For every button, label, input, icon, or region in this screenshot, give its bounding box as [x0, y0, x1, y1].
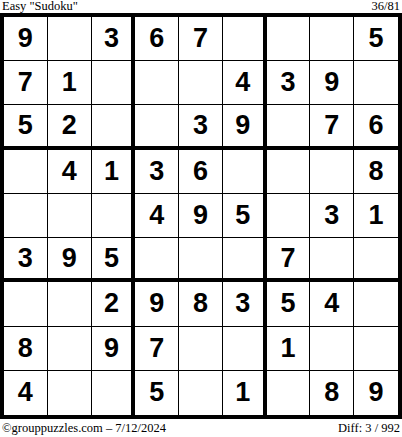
- copyright-text: ©grouppuzzles.com – 7/12/2024: [2, 421, 166, 436]
- cell-r7c7: 5: [267, 282, 311, 326]
- cell-r9c7[interactable]: [267, 371, 311, 415]
- cell-r9c5[interactable]: [179, 371, 223, 415]
- cell-r1c7[interactable]: [267, 17, 311, 61]
- cell-r9c1: 4: [4, 371, 48, 415]
- difficulty-text: Diff: 3 / 992: [338, 421, 400, 436]
- cell-r3c3[interactable]: [92, 105, 136, 149]
- cell-r8c9[interactable]: [354, 327, 398, 371]
- cell-r2c7: 3: [267, 61, 311, 105]
- cell-r7c3: 2: [92, 282, 136, 326]
- cell-r5c3[interactable]: [92, 194, 136, 238]
- header: Easy "Sudoku" 36/81: [0, 0, 402, 13]
- cell-r1c5: 7: [179, 17, 223, 61]
- cell-r5c7[interactable]: [267, 194, 311, 238]
- sudoku-board: 9367571439523976413684953139572983548971…: [0, 13, 402, 419]
- sudoku-page: Easy "Sudoku" 36/81 93675714395239764136…: [0, 0, 402, 437]
- cell-r9c3[interactable]: [92, 371, 136, 415]
- cell-r8c1: 8: [4, 327, 48, 371]
- cell-r8c5[interactable]: [179, 327, 223, 371]
- cell-r3c1: 5: [4, 105, 48, 149]
- cell-r7c8: 4: [310, 282, 354, 326]
- cell-r3c5: 3: [179, 105, 223, 149]
- cell-r6c1: 3: [4, 238, 48, 282]
- cell-r6c8[interactable]: [310, 238, 354, 282]
- cell-r1c1: 9: [4, 17, 48, 61]
- cell-r3c8: 7: [310, 105, 354, 149]
- cell-r5c9: 1: [354, 194, 398, 238]
- puzzle-title: Easy "Sudoku": [2, 0, 78, 13]
- cell-r8c3: 9: [92, 327, 136, 371]
- cell-r9c8: 8: [310, 371, 354, 415]
- cell-r2c1: 7: [4, 61, 48, 105]
- cell-r4c3: 1: [92, 150, 136, 194]
- cell-r4c7[interactable]: [267, 150, 311, 194]
- cell-r2c3[interactable]: [92, 61, 136, 105]
- cell-r5c5: 9: [179, 194, 223, 238]
- cell-r3c2: 2: [48, 105, 92, 149]
- cell-r4c9: 8: [354, 150, 398, 194]
- cell-r5c4: 4: [135, 194, 179, 238]
- footer: ©grouppuzzles.com – 7/12/2024 Diff: 3 / …: [0, 419, 402, 437]
- cell-r2c2: 1: [48, 61, 92, 105]
- cell-r4c5: 6: [179, 150, 223, 194]
- cell-r9c2[interactable]: [48, 371, 92, 415]
- cell-r7c2[interactable]: [48, 282, 92, 326]
- cell-r9c9: 9: [354, 371, 398, 415]
- cell-r1c6[interactable]: [223, 17, 267, 61]
- cell-r6c2: 9: [48, 238, 92, 282]
- cell-r8c8[interactable]: [310, 327, 354, 371]
- cell-r2c6: 4: [223, 61, 267, 105]
- cell-r3c7[interactable]: [267, 105, 311, 149]
- cell-r6c3: 5: [92, 238, 136, 282]
- cell-r9c4: 5: [135, 371, 179, 415]
- cells-counter: 36/81: [372, 0, 400, 13]
- cell-r2c4[interactable]: [135, 61, 179, 105]
- cell-r9c6: 1: [223, 371, 267, 415]
- cell-r3c6: 9: [223, 105, 267, 149]
- cell-r6c4[interactable]: [135, 238, 179, 282]
- cell-r8c4: 7: [135, 327, 179, 371]
- cell-r6c7: 7: [267, 238, 311, 282]
- cell-r1c9: 5: [354, 17, 398, 61]
- cell-r1c8[interactable]: [310, 17, 354, 61]
- cell-r1c2[interactable]: [48, 17, 92, 61]
- cell-r4c6[interactable]: [223, 150, 267, 194]
- cell-r5c2[interactable]: [48, 194, 92, 238]
- cell-r4c4: 3: [135, 150, 179, 194]
- cell-r7c5: 8: [179, 282, 223, 326]
- cell-r2c9[interactable]: [354, 61, 398, 105]
- cell-r6c9[interactable]: [354, 238, 398, 282]
- cell-r7c6: 3: [223, 282, 267, 326]
- cell-r8c6[interactable]: [223, 327, 267, 371]
- cell-r4c2: 4: [48, 150, 92, 194]
- cell-r7c9[interactable]: [354, 282, 398, 326]
- cell-r6c5[interactable]: [179, 238, 223, 282]
- cell-r7c1[interactable]: [4, 282, 48, 326]
- cell-r8c2[interactable]: [48, 327, 92, 371]
- cell-r5c8: 3: [310, 194, 354, 238]
- cell-r2c8: 9: [310, 61, 354, 105]
- cell-r1c4: 6: [135, 17, 179, 61]
- cell-r2c5[interactable]: [179, 61, 223, 105]
- cell-r1c3: 3: [92, 17, 136, 61]
- cell-r4c1[interactable]: [4, 150, 48, 194]
- cell-r6c6[interactable]: [223, 238, 267, 282]
- cell-r7c4: 9: [135, 282, 179, 326]
- cell-r3c4[interactable]: [135, 105, 179, 149]
- cell-r5c6: 5: [223, 194, 267, 238]
- cell-r5c1[interactable]: [4, 194, 48, 238]
- cell-r4c8[interactable]: [310, 150, 354, 194]
- cell-r3c9: 6: [354, 105, 398, 149]
- cell-r8c7: 1: [267, 327, 311, 371]
